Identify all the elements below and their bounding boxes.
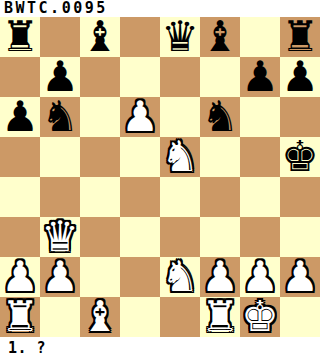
- square-d1[interactable]: [120, 297, 160, 337]
- square-a3[interactable]: [0, 217, 40, 257]
- piece-white-pawn: ♟: [281, 257, 319, 297]
- square-e8[interactable]: ♛: [160, 17, 200, 57]
- piece-black-bishop: ♝: [201, 17, 239, 57]
- square-b6[interactable]: ♞: [40, 97, 80, 137]
- square-b8[interactable]: [40, 17, 80, 57]
- square-c7[interactable]: [80, 57, 120, 97]
- square-g2[interactable]: ♟: [240, 257, 280, 297]
- square-d2[interactable]: [120, 257, 160, 297]
- square-h7[interactable]: ♟: [280, 57, 320, 97]
- piece-white-knight: ♞: [161, 137, 199, 177]
- square-e4[interactable]: [160, 177, 200, 217]
- piece-white-queen: ♛: [41, 217, 79, 257]
- square-c4[interactable]: [80, 177, 120, 217]
- square-f8[interactable]: ♝: [200, 17, 240, 57]
- square-e6[interactable]: [160, 97, 200, 137]
- square-h5[interactable]: ♚: [280, 137, 320, 177]
- square-d7[interactable]: [120, 57, 160, 97]
- square-e1[interactable]: [160, 297, 200, 337]
- square-e5[interactable]: ♞: [160, 137, 200, 177]
- piece-white-pawn: ♟: [1, 257, 39, 297]
- piece-black-pawn: ♟: [241, 57, 279, 97]
- square-h8[interactable]: ♜: [280, 17, 320, 57]
- square-f7[interactable]: [200, 57, 240, 97]
- piece-black-rook: ♜: [1, 17, 39, 57]
- square-e2[interactable]: ♞: [160, 257, 200, 297]
- piece-white-rook: ♜: [201, 297, 239, 337]
- square-c3[interactable]: [80, 217, 120, 257]
- square-f1[interactable]: ♜: [200, 297, 240, 337]
- piece-black-bishop: ♝: [81, 17, 119, 57]
- square-g1[interactable]: ♚: [240, 297, 280, 337]
- square-h4[interactable]: [280, 177, 320, 217]
- piece-white-pawn: ♟: [121, 97, 159, 137]
- square-g7[interactable]: ♟: [240, 57, 280, 97]
- square-c5[interactable]: [80, 137, 120, 177]
- square-a1[interactable]: ♜: [0, 297, 40, 337]
- square-g8[interactable]: [240, 17, 280, 57]
- move-prompt: 1. ?: [0, 337, 320, 360]
- square-c2[interactable]: [80, 257, 120, 297]
- square-a4[interactable]: [0, 177, 40, 217]
- square-h6[interactable]: [280, 97, 320, 137]
- square-d6[interactable]: ♟: [120, 97, 160, 137]
- piece-black-knight: ♞: [41, 97, 79, 137]
- square-c1[interactable]: ♝: [80, 297, 120, 337]
- square-f5[interactable]: [200, 137, 240, 177]
- square-g5[interactable]: [240, 137, 280, 177]
- square-f4[interactable]: [200, 177, 240, 217]
- piece-black-pawn: ♟: [41, 57, 79, 97]
- square-b1[interactable]: [40, 297, 80, 337]
- square-c8[interactable]: ♝: [80, 17, 120, 57]
- piece-white-rook: ♜: [1, 297, 39, 337]
- square-b7[interactable]: ♟: [40, 57, 80, 97]
- square-f6[interactable]: ♞: [200, 97, 240, 137]
- square-b5[interactable]: [40, 137, 80, 177]
- piece-black-king: ♚: [281, 137, 319, 177]
- square-b3[interactable]: ♛: [40, 217, 80, 257]
- square-d4[interactable]: [120, 177, 160, 217]
- square-g3[interactable]: [240, 217, 280, 257]
- square-h3[interactable]: [280, 217, 320, 257]
- square-f2[interactable]: ♟: [200, 257, 240, 297]
- square-a2[interactable]: ♟: [0, 257, 40, 297]
- square-d3[interactable]: [120, 217, 160, 257]
- piece-white-knight: ♞: [161, 257, 199, 297]
- piece-white-king: ♚: [241, 297, 279, 337]
- piece-white-pawn: ♟: [201, 257, 239, 297]
- piece-black-queen: ♛: [161, 17, 199, 57]
- square-c6[interactable]: [80, 97, 120, 137]
- piece-white-pawn: ♟: [41, 257, 79, 297]
- square-e3[interactable]: [160, 217, 200, 257]
- square-a6[interactable]: ♟: [0, 97, 40, 137]
- piece-black-rook: ♜: [281, 17, 319, 57]
- piece-black-knight: ♞: [201, 97, 239, 137]
- piece-black-pawn: ♟: [281, 57, 319, 97]
- square-e7[interactable]: [160, 57, 200, 97]
- square-f3[interactable]: [200, 217, 240, 257]
- square-h2[interactable]: ♟: [280, 257, 320, 297]
- square-d5[interactable]: [120, 137, 160, 177]
- piece-white-pawn: ♟: [241, 257, 279, 297]
- chess-program-window: BWTC.0095 ♜♝♛♝♜♟♟♟♟♞♟♞♞♚♛♟♟♞♟♟♟♜♝♜♚ 1. ?: [0, 0, 320, 360]
- square-a8[interactable]: ♜: [0, 17, 40, 57]
- square-g6[interactable]: [240, 97, 280, 137]
- square-a7[interactable]: [0, 57, 40, 97]
- chess-board: ♜♝♛♝♜♟♟♟♟♞♟♞♞♚♛♟♟♞♟♟♟♜♝♜♚: [0, 17, 320, 337]
- square-d8[interactable]: [120, 17, 160, 57]
- square-b4[interactable]: [40, 177, 80, 217]
- square-h1[interactable]: [280, 297, 320, 337]
- piece-white-bishop: ♝: [81, 297, 119, 337]
- square-b2[interactable]: ♟: [40, 257, 80, 297]
- square-g4[interactable]: [240, 177, 280, 217]
- puzzle-title: BWTC.0095: [0, 0, 320, 17]
- piece-black-pawn: ♟: [1, 97, 39, 137]
- square-a5[interactable]: [0, 137, 40, 177]
